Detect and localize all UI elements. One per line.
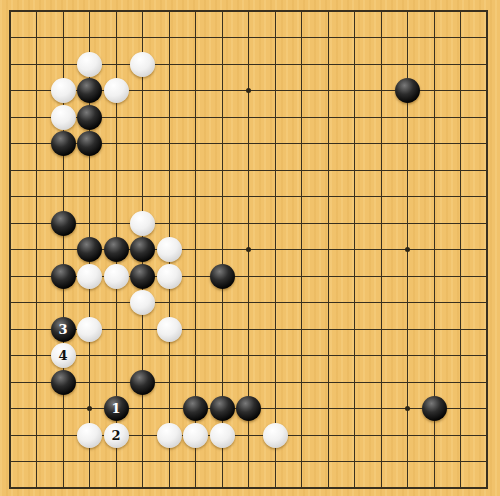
- grid-line: [9, 461, 488, 462]
- black-stone: [236, 396, 261, 421]
- white-stone: [130, 52, 155, 77]
- grid-line: [354, 10, 355, 489]
- black-stone: 3: [51, 317, 76, 342]
- black-stone: [130, 370, 155, 395]
- grid-line: [9, 302, 488, 303]
- grid-line: [9, 355, 488, 356]
- white-stone: [77, 52, 102, 77]
- black-stone: [51, 131, 76, 156]
- black-stone: [77, 78, 102, 103]
- black-stone: [422, 396, 447, 421]
- grid-line: [381, 10, 382, 489]
- move-number-label: 2: [111, 429, 120, 442]
- star-point: [405, 247, 410, 252]
- grid-line: [9, 487, 488, 489]
- black-stone: [51, 211, 76, 236]
- black-stone: [130, 237, 155, 262]
- white-stone: [130, 290, 155, 315]
- black-stone: [210, 396, 235, 421]
- move-number-label: 1: [111, 402, 120, 415]
- grid-line: [328, 10, 329, 489]
- white-stone: [263, 423, 288, 448]
- star-point: [246, 88, 251, 93]
- white-stone: [51, 78, 76, 103]
- white-stone: [77, 264, 102, 289]
- white-stone: [157, 423, 182, 448]
- white-stone: [183, 423, 208, 448]
- white-stone: [157, 264, 182, 289]
- grid-line: [9, 382, 488, 383]
- go-board-diagram: 3412: [0, 0, 500, 496]
- white-stone: [157, 317, 182, 342]
- white-stone: 4: [51, 343, 76, 368]
- black-stone: [395, 78, 420, 103]
- white-stone: [104, 264, 129, 289]
- white-stone: [104, 78, 129, 103]
- star-point: [246, 247, 251, 252]
- white-stone: [51, 105, 76, 130]
- black-stone: [51, 370, 76, 395]
- grid-line: [460, 10, 461, 489]
- black-stone: [104, 237, 129, 262]
- star-point: [405, 406, 410, 411]
- grid-line: [486, 10, 488, 489]
- black-stone: [77, 131, 102, 156]
- black-stone: [183, 396, 208, 421]
- white-stone: [77, 423, 102, 448]
- black-stone: [130, 264, 155, 289]
- black-stone: [51, 264, 76, 289]
- move-number-label: 3: [58, 323, 67, 336]
- white-stone: [210, 423, 235, 448]
- black-stone: 1: [104, 396, 129, 421]
- white-stone: 2: [104, 423, 129, 448]
- go-board[interactable]: 3412: [0, 0, 500, 496]
- white-stone: [77, 317, 102, 342]
- move-number-label: 4: [58, 349, 67, 362]
- star-point: [87, 406, 92, 411]
- black-stone: [210, 264, 235, 289]
- black-stone: [77, 237, 102, 262]
- white-stone: [157, 237, 182, 262]
- grid-line: [301, 10, 302, 489]
- grid-line: [275, 10, 276, 489]
- black-stone: [77, 105, 102, 130]
- white-stone: [130, 211, 155, 236]
